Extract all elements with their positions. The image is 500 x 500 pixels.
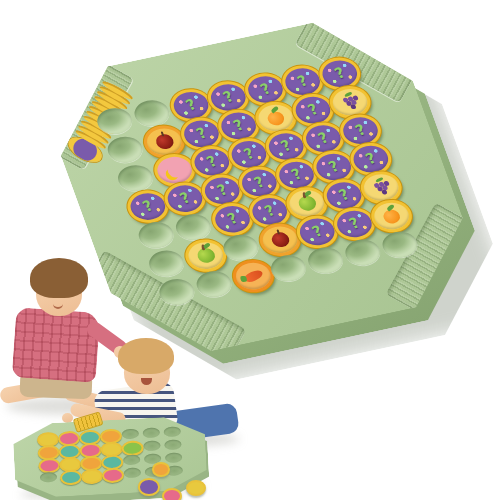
question-mark-icon: ? xyxy=(220,89,236,106)
grape-icon xyxy=(373,183,380,189)
question-mark-icon: ? xyxy=(305,102,321,119)
grape-icon xyxy=(342,97,349,103)
carrot-icon xyxy=(242,268,264,284)
question-mark-icon: ? xyxy=(316,130,332,147)
question-mark-icon: ? xyxy=(214,182,230,199)
question-mark-icon: ? xyxy=(309,224,325,241)
board-recess xyxy=(267,252,309,284)
mini-board-cell xyxy=(122,453,144,467)
mini-recess xyxy=(143,440,161,451)
mini-board-cell xyxy=(37,445,59,459)
mini-board-cell xyxy=(100,441,122,455)
mini-recess xyxy=(143,427,161,438)
mini-board-cell xyxy=(79,430,101,444)
mini-board-cell xyxy=(141,426,163,440)
mini-board-cell xyxy=(102,467,124,481)
mini-token xyxy=(81,468,104,484)
scattered-token[interactable] xyxy=(162,488,182,500)
mini-token xyxy=(60,470,83,486)
boy-left-shirt xyxy=(12,307,101,383)
mini-recess xyxy=(164,439,182,450)
question-mark-icon: ? xyxy=(204,154,220,171)
scattered-token[interactable] xyxy=(186,480,206,496)
mini-board-cell xyxy=(39,471,61,485)
mini-board-cell xyxy=(81,468,103,482)
mini-recess xyxy=(122,428,140,439)
mini-recess xyxy=(164,426,182,437)
question-mark-icon: ? xyxy=(140,198,156,215)
question-mark-icon: ? xyxy=(225,211,241,228)
mini-board-cell xyxy=(37,432,59,446)
question-mark-icon: ? xyxy=(231,118,247,135)
plum-icon xyxy=(153,133,175,151)
question-mark-icon: ? xyxy=(241,146,257,163)
orange-icon xyxy=(266,110,286,127)
mini-board-cell xyxy=(121,427,143,441)
question-mark-icon: ? xyxy=(336,187,352,204)
mini-board-cell xyxy=(142,439,164,453)
question-mark-icon: ? xyxy=(252,175,268,192)
question-mark-icon: ? xyxy=(326,159,342,176)
mini-board-cell xyxy=(58,431,80,445)
mini-board-cell xyxy=(38,458,60,472)
mini-board-cell xyxy=(123,466,145,480)
question-mark-icon: ? xyxy=(347,216,363,233)
plum-icon xyxy=(269,231,291,249)
question-mark-icon: ? xyxy=(183,97,199,114)
mini-recess xyxy=(123,454,141,465)
mouth xyxy=(141,378,152,385)
inset-children-photo xyxy=(0,245,240,500)
scattered-token[interactable] xyxy=(138,478,160,496)
mini-game-board xyxy=(12,415,208,499)
orange-icon xyxy=(381,208,401,225)
mini-board-cell xyxy=(121,440,143,454)
mini-board-cell xyxy=(163,438,185,452)
board-recess xyxy=(379,229,421,261)
product-photo: ????????????????????????? xyxy=(0,0,500,500)
mini-board-cell xyxy=(59,457,81,471)
mini-board-cell xyxy=(162,425,184,439)
mini-board-cell xyxy=(80,455,102,469)
board-recess xyxy=(342,237,384,269)
question-mark-icon: ? xyxy=(295,73,311,90)
question-mark-icon: ? xyxy=(353,122,369,139)
mini-recess xyxy=(165,452,183,463)
mini-recess xyxy=(40,472,58,483)
mini-board-cell xyxy=(100,428,122,442)
mini-board-cell xyxy=(79,442,101,456)
boy-right-hair xyxy=(118,338,174,374)
question-mark-icon: ? xyxy=(258,81,274,98)
question-mark-icon: ? xyxy=(177,190,193,207)
mouth xyxy=(53,302,63,309)
boy-left-hair xyxy=(30,258,88,298)
question-mark-icon: ? xyxy=(278,138,294,155)
banana-icon xyxy=(165,162,184,178)
question-mark-icon: ? xyxy=(289,167,305,184)
question-mark-icon: ? xyxy=(363,151,379,168)
mini-board-cell xyxy=(58,444,80,458)
mini-recess xyxy=(124,467,142,478)
mini-board-cell xyxy=(101,454,123,468)
apple-icon xyxy=(296,195,318,213)
question-mark-icon: ? xyxy=(194,125,210,142)
question-mark-icon: ? xyxy=(262,203,278,220)
board-recess xyxy=(304,244,346,276)
scattered-token[interactable] xyxy=(152,462,170,477)
mini-token xyxy=(102,467,125,483)
mini-board-cell xyxy=(60,470,82,484)
question-mark-icon: ? xyxy=(332,65,348,82)
